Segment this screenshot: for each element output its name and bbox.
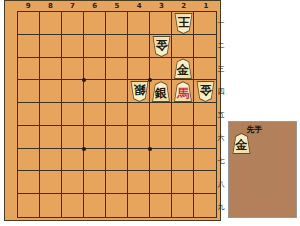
board-cell-3三 <box>150 58 172 81</box>
rank-label: 九 <box>218 195 224 218</box>
board-cell-4六 <box>128 126 150 149</box>
board-cell-8九 <box>40 194 62 217</box>
board-cell-3六 <box>150 126 172 149</box>
board-cell-1七 <box>194 149 216 172</box>
board-cell-7九 <box>62 194 84 217</box>
board-grid: 王金金銀銀馬金 <box>17 11 217 218</box>
piece-sente-promoted-bishop[interactable]: 馬 <box>174 81 193 102</box>
board-cell-3七 <box>150 149 172 172</box>
board-cell-6八 <box>84 171 106 194</box>
board-cell-8一 <box>40 12 62 35</box>
piece-glyph: 金 <box>174 58 193 79</box>
board-cell-2九 <box>172 194 194 217</box>
board-cell-4八 <box>128 171 150 194</box>
board-cell-8八 <box>40 171 62 194</box>
rank-label: 二 <box>218 34 224 57</box>
board-cell-3八 <box>150 171 172 194</box>
board-cell-9九 <box>18 194 40 217</box>
board-cell-8六 <box>40 126 62 149</box>
board-cell-1二 <box>194 35 216 58</box>
board-cell-2五 <box>172 103 194 126</box>
board-cell-2二 <box>172 35 194 58</box>
board-cell-3九 <box>150 194 172 217</box>
board-cell-9二 <box>18 35 40 58</box>
board-cell-7五 <box>62 103 84 126</box>
komadai-sente: 先手 金 <box>228 121 297 218</box>
board-cell-6九 <box>84 194 106 217</box>
board-cell-6六 <box>84 126 106 149</box>
board-cell-7二 <box>62 35 84 58</box>
shogi-board: 987654321 王金金銀銀馬金 一二三四五六七八九 <box>4 0 221 221</box>
rank-label: 三 <box>218 57 224 80</box>
piece-gote-gold[interactable]: 金 <box>152 36 171 57</box>
board-cell-9六 <box>18 126 40 149</box>
board-cell-5七 <box>106 149 128 172</box>
board-cell-5一 <box>106 12 128 35</box>
piece-glyph: 馬 <box>174 81 193 102</box>
file-label: 1 <box>195 1 217 11</box>
rank-label: 七 <box>218 149 224 172</box>
board-cell-4二 <box>128 35 150 58</box>
piece-gote-gold[interactable]: 金 <box>196 81 215 102</box>
board-cell-8三 <box>40 58 62 81</box>
rank-label: 五 <box>218 103 224 126</box>
board-cell-5二 <box>106 35 128 58</box>
board-cell-6四 <box>84 80 106 103</box>
board-cell-3一 <box>150 12 172 35</box>
board-cell-9五 <box>18 103 40 126</box>
board-cell-5九 <box>106 194 128 217</box>
board-cell-4七 <box>128 149 150 172</box>
board-cell-7四 <box>62 80 84 103</box>
piece-glyph: 金 <box>152 36 171 57</box>
board-cell-4三 <box>128 58 150 81</box>
piece-gote-king[interactable]: 王 <box>174 13 193 34</box>
board-cell-1五 <box>194 103 216 126</box>
board-cell-1六 <box>194 126 216 149</box>
board-cell-7一 <box>62 12 84 35</box>
star-point <box>82 147 86 151</box>
board-cell-9四 <box>18 80 40 103</box>
file-label: 2 <box>173 1 195 11</box>
board-cell-2八 <box>172 171 194 194</box>
file-label: 9 <box>17 1 39 11</box>
board-cell-6三 <box>84 58 106 81</box>
board-cell-9七 <box>18 149 40 172</box>
piece-sente-silver[interactable]: 銀 <box>152 81 171 102</box>
star-point <box>148 147 152 151</box>
board-cell-7三 <box>62 58 84 81</box>
board-cell-4五 <box>128 103 150 126</box>
board-cell-1八 <box>194 171 216 194</box>
file-labels: 987654321 <box>17 1 217 11</box>
board-cell-9八 <box>18 171 40 194</box>
board-cell-6七 <box>84 149 106 172</box>
board-cell-5五 <box>106 103 128 126</box>
board-cell-9三 <box>18 58 40 81</box>
piece-gote-silver[interactable]: 銀 <box>130 81 149 102</box>
board-cell-1一 <box>194 12 216 35</box>
board-cell-2六 <box>172 126 194 149</box>
board-cell-4九 <box>128 194 150 217</box>
board-cell-2七 <box>172 149 194 172</box>
board-cell-7七 <box>62 149 84 172</box>
file-label: 7 <box>61 1 83 11</box>
board-cell-9一 <box>18 12 40 35</box>
board-cell-1九 <box>194 194 216 217</box>
board-cell-5三 <box>106 58 128 81</box>
file-label: 6 <box>84 1 106 11</box>
file-label: 3 <box>150 1 172 11</box>
rank-label: 四 <box>218 80 224 103</box>
file-label: 8 <box>39 1 61 11</box>
piece-glyph: 王 <box>174 13 193 34</box>
rank-label: 八 <box>218 172 224 195</box>
board-cell-3五 <box>150 103 172 126</box>
piece-glyph: 銀 <box>130 81 149 102</box>
board-cell-1三 <box>194 58 216 81</box>
board-cell-8五 <box>40 103 62 126</box>
board-cell-4一 <box>128 12 150 35</box>
board-cell-6五 <box>84 103 106 126</box>
board-cell-5八 <box>106 171 128 194</box>
board-cell-7八 <box>62 171 84 194</box>
file-label: 5 <box>106 1 128 11</box>
star-point <box>82 78 86 82</box>
board-cell-6一 <box>84 12 106 35</box>
piece-sente-gold[interactable]: 金 <box>174 58 193 79</box>
board-cell-8二 <box>40 35 62 58</box>
board-cell-5四 <box>106 80 128 103</box>
piece-gold-in-hand[interactable]: 金 <box>232 133 251 154</box>
piece-glyph: 銀 <box>152 81 171 102</box>
board-cell-8七 <box>40 149 62 172</box>
board-cell-6二 <box>84 35 106 58</box>
board-cell-5六 <box>106 126 128 149</box>
rank-label: 六 <box>218 126 224 149</box>
rank-labels: 一二三四五六七八九 <box>218 11 224 218</box>
rank-label: 一 <box>218 11 224 34</box>
piece-glyph: 金 <box>196 81 215 102</box>
file-label: 4 <box>128 1 150 11</box>
piece-glyph: 金 <box>232 133 251 154</box>
board-cell-8四 <box>40 80 62 103</box>
board-cell-7六 <box>62 126 84 149</box>
